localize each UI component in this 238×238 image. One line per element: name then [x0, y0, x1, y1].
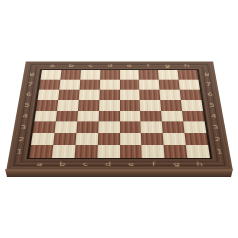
square-g1 — [163, 145, 187, 158]
square-g4 — [161, 111, 183, 122]
square-a5 — [36, 100, 58, 111]
square-e7 — [119, 80, 139, 90]
square-b8 — [60, 70, 80, 80]
square-g5 — [160, 100, 182, 111]
square-f2 — [141, 133, 164, 145]
square-h3 — [183, 122, 206, 134]
chess-board: aabbccddeeffgghh8877665544332211 — [6, 62, 232, 170]
square-c1 — [74, 145, 97, 158]
square-a7 — [39, 80, 60, 90]
square-b2 — [53, 133, 76, 145]
square-c3 — [76, 122, 98, 134]
square-c8 — [80, 70, 100, 80]
square-b1 — [51, 145, 75, 158]
square-a6 — [37, 89, 59, 99]
square-e2 — [119, 133, 141, 145]
square-a1 — [29, 145, 53, 158]
board-frame-bottom — [6, 158, 232, 170]
square-d8 — [99, 70, 119, 80]
square-g7 — [158, 80, 179, 90]
square-h6 — [179, 89, 201, 99]
square-c2 — [75, 133, 98, 145]
square-a4 — [34, 111, 57, 122]
square-c4 — [76, 111, 98, 122]
square-e5 — [119, 100, 140, 111]
board-side-edge — [5, 169, 233, 177]
square-d7 — [99, 80, 119, 90]
square-h5 — [180, 100, 202, 111]
square-e8 — [119, 70, 139, 80]
square-f7 — [139, 80, 159, 90]
square-b5 — [56, 100, 78, 111]
square-a2 — [30, 133, 53, 145]
square-g2 — [162, 133, 185, 145]
square-f3 — [140, 122, 162, 134]
square-h4 — [182, 111, 205, 122]
square-f6 — [139, 89, 160, 99]
square-e6 — [119, 89, 139, 99]
square-h8 — [177, 70, 198, 80]
square-g6 — [159, 89, 180, 99]
square-d5 — [98, 100, 119, 111]
square-h2 — [184, 133, 207, 145]
square-d6 — [99, 89, 119, 99]
square-d4 — [98, 111, 119, 122]
square-a3 — [32, 122, 55, 134]
square-d1 — [96, 145, 119, 158]
square-h1 — [185, 145, 209, 158]
chessboard-product-photo: aabbccddeeffgghh8877665544332211 — [0, 0, 238, 238]
square-f5 — [139, 100, 160, 111]
board-field — [29, 70, 210, 158]
square-f8 — [138, 70, 158, 80]
square-e4 — [119, 111, 140, 122]
square-f4 — [140, 111, 162, 122]
square-f1 — [141, 145, 164, 158]
square-g8 — [158, 70, 178, 80]
square-h7 — [178, 80, 199, 90]
square-b7 — [59, 80, 80, 90]
square-a8 — [40, 70, 61, 80]
square-d3 — [97, 122, 119, 134]
square-c5 — [77, 100, 98, 111]
square-b6 — [58, 89, 79, 99]
square-d2 — [97, 133, 119, 145]
square-g3 — [162, 122, 185, 134]
board-frame-top — [24, 62, 214, 70]
square-b3 — [54, 122, 77, 134]
square-c7 — [79, 80, 99, 90]
square-b4 — [55, 111, 77, 122]
square-e3 — [119, 122, 141, 134]
square-e1 — [119, 145, 142, 158]
square-c6 — [78, 89, 99, 99]
